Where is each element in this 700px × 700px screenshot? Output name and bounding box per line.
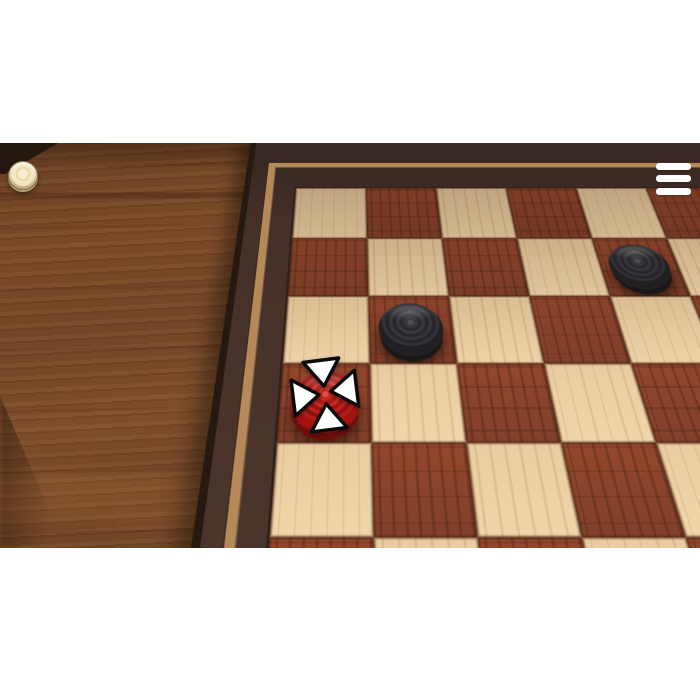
square-r6c5[interactable] <box>686 537 700 548</box>
square-r5c2[interactable] <box>372 443 478 538</box>
hamburger-icon <box>656 163 692 195</box>
square-r4c2[interactable] <box>370 363 467 442</box>
square-r2c2[interactable] <box>367 238 449 296</box>
square-r3c3[interactable] <box>449 296 544 363</box>
square-r3c1[interactable] <box>283 296 370 363</box>
hamburger-bar <box>656 188 691 195</box>
square-r2c1[interactable] <box>288 238 369 296</box>
hamburger-bar <box>656 163 691 170</box>
square-r4c1[interactable] <box>277 363 372 442</box>
square-r1c2[interactable] <box>366 188 442 238</box>
square-r4c3[interactable] <box>457 363 561 442</box>
game-viewport <box>0 143 700 548</box>
square-r6c2[interactable] <box>374 537 492 548</box>
black-checker[interactable] <box>602 245 678 290</box>
page-background <box>0 0 700 700</box>
square-r1c3[interactable] <box>436 188 517 238</box>
hamburger-bar <box>656 175 691 182</box>
square-r6c1[interactable] <box>261 537 376 548</box>
square-r1c1[interactable] <box>292 188 367 238</box>
captured-cream-checker <box>8 161 38 190</box>
square-r5c1[interactable] <box>270 443 374 538</box>
menu-button[interactable] <box>656 162 692 195</box>
square-r6c4[interactable] <box>582 537 700 548</box>
black-checker[interactable] <box>378 303 446 355</box>
square-r2c3[interactable] <box>442 238 529 296</box>
square-r3c2[interactable] <box>368 296 457 363</box>
board-grid <box>237 188 700 548</box>
red-checker-selected[interactable] <box>288 372 360 433</box>
